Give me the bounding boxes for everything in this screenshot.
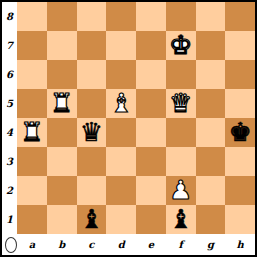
square-a7[interactable] (17, 31, 47, 60)
rank-label-6: 6 (2, 60, 17, 89)
square-h2[interactable] (225, 176, 255, 205)
square-f1[interactable]: ♝ (166, 205, 196, 234)
square-c5[interactable] (77, 89, 107, 118)
rank-label-8: 8 (2, 2, 17, 31)
square-e5[interactable] (136, 89, 166, 118)
square-a8[interactable] (17, 2, 47, 31)
square-e6[interactable] (136, 60, 166, 89)
black-bishop[interactable]: ♝ (169, 206, 192, 232)
square-d5[interactable]: ♝ (106, 89, 136, 118)
square-f8[interactable] (166, 2, 196, 31)
square-a2[interactable] (17, 176, 47, 205)
square-f4[interactable] (166, 118, 196, 147)
square-d3[interactable] (106, 147, 136, 176)
file-label-c: c (77, 234, 107, 255)
file-label-b: b (47, 234, 77, 255)
square-h6[interactable] (225, 60, 255, 89)
file-label-e: e (136, 234, 166, 255)
rank-labels: 87654321 (2, 2, 17, 234)
white-pawn[interactable]: ♟ (169, 177, 192, 203)
black-bishop[interactable]: ♝ (80, 206, 103, 232)
square-g2[interactable] (196, 176, 226, 205)
file-labels: abcdefgh (17, 234, 255, 255)
square-h8[interactable] (225, 2, 255, 31)
square-b3[interactable] (47, 147, 77, 176)
square-g1[interactable] (196, 205, 226, 234)
square-d2[interactable] (106, 176, 136, 205)
square-e1[interactable] (136, 205, 166, 234)
square-f2[interactable]: ♟ (166, 176, 196, 205)
square-d6[interactable] (106, 60, 136, 89)
square-g8[interactable] (196, 2, 226, 31)
square-g5[interactable] (196, 89, 226, 118)
square-h5[interactable] (225, 89, 255, 118)
square-e2[interactable] (136, 176, 166, 205)
square-f5[interactable]: ♛ (166, 89, 196, 118)
white-rook[interactable]: ♜ (20, 119, 43, 145)
chess-diagram: 87654321 ♚♜♝♛♜♛♚♟♝♝ abcdefgh (0, 0, 257, 257)
square-g3[interactable] (196, 147, 226, 176)
black-queen[interactable]: ♛ (80, 119, 103, 145)
white-bishop[interactable]: ♝ (109, 90, 132, 116)
square-f3[interactable] (166, 147, 196, 176)
square-a3[interactable] (17, 147, 47, 176)
square-b1[interactable] (47, 205, 77, 234)
square-a5[interactable] (17, 89, 47, 118)
square-e8[interactable] (136, 2, 166, 31)
file-label-f: f (166, 234, 196, 255)
rank-label-2: 2 (2, 176, 17, 205)
square-d1[interactable] (106, 205, 136, 234)
square-a1[interactable] (17, 205, 47, 234)
square-h7[interactable] (225, 31, 255, 60)
square-h4[interactable]: ♚ (225, 118, 255, 147)
square-d8[interactable] (106, 2, 136, 31)
rank-label-5: 5 (2, 89, 17, 118)
square-e7[interactable] (136, 31, 166, 60)
square-f6[interactable] (166, 60, 196, 89)
white-king[interactable]: ♚ (169, 32, 192, 58)
white-to-move-indicator (5, 237, 17, 253)
file-label-a: a (17, 234, 47, 255)
square-b6[interactable] (47, 60, 77, 89)
square-b5[interactable]: ♜ (47, 89, 77, 118)
square-f7[interactable]: ♚ (166, 31, 196, 60)
square-e3[interactable] (136, 147, 166, 176)
square-e4[interactable] (136, 118, 166, 147)
square-c7[interactable] (77, 31, 107, 60)
square-a6[interactable] (17, 60, 47, 89)
square-c1[interactable]: ♝ (77, 205, 107, 234)
square-g7[interactable] (196, 31, 226, 60)
chess-board: ♚♜♝♛♜♛♚♟♝♝ (17, 2, 255, 234)
square-c8[interactable] (77, 2, 107, 31)
white-queen[interactable]: ♛ (169, 90, 192, 116)
square-c6[interactable] (77, 60, 107, 89)
rank-label-4: 4 (2, 118, 17, 147)
square-c3[interactable] (77, 147, 107, 176)
turn-indicator-area (2, 234, 17, 255)
square-b8[interactable] (47, 2, 77, 31)
square-g6[interactable] (196, 60, 226, 89)
square-a4[interactable]: ♜ (17, 118, 47, 147)
square-h1[interactable] (225, 205, 255, 234)
black-king[interactable]: ♚ (228, 119, 251, 145)
white-rook[interactable]: ♜ (50, 90, 73, 116)
square-g4[interactable] (196, 118, 226, 147)
file-label-g: g (196, 234, 226, 255)
square-b7[interactable] (47, 31, 77, 60)
rank-label-1: 1 (2, 205, 17, 234)
square-b2[interactable] (47, 176, 77, 205)
rank-label-3: 3 (2, 147, 17, 176)
file-label-h: h (225, 234, 255, 255)
rank-label-7: 7 (2, 31, 17, 60)
square-d4[interactable] (106, 118, 136, 147)
square-c4[interactable]: ♛ (77, 118, 107, 147)
square-h3[interactable] (225, 147, 255, 176)
square-b4[interactable] (47, 118, 77, 147)
square-d7[interactable] (106, 31, 136, 60)
square-c2[interactable] (77, 176, 107, 205)
file-label-d: d (106, 234, 136, 255)
